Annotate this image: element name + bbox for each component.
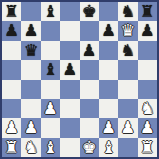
square-f2[interactable]: ♟: [99, 118, 118, 137]
square-a1[interactable]: ♜: [2, 138, 21, 157]
square-g4[interactable]: [118, 80, 137, 99]
white-pawn: ♟: [4, 118, 19, 137]
square-c7[interactable]: [41, 21, 60, 40]
square-c4[interactable]: [41, 80, 60, 99]
board-frame: ♜♝♚♞♜♟♟♟♛♟♛♟♞♝♟♟♞♟♟♟♟♟♜♞♝♚♝♜: [0, 0, 159, 159]
white-pawn: ♟: [24, 118, 39, 137]
square-f6[interactable]: [99, 41, 118, 60]
black-bishop: ♝: [43, 60, 58, 79]
square-a4[interactable]: [2, 80, 21, 99]
square-d1[interactable]: [60, 138, 79, 157]
square-d4[interactable]: [60, 80, 79, 99]
square-f7[interactable]: ♟: [99, 21, 118, 40]
square-d3[interactable]: [60, 99, 79, 118]
square-e1[interactable]: ♚: [80, 138, 99, 157]
square-d6[interactable]: [60, 41, 79, 60]
square-f1[interactable]: ♝: [99, 138, 118, 157]
square-g3[interactable]: [118, 99, 137, 118]
square-e8[interactable]: ♚: [80, 2, 99, 21]
square-a5[interactable]: [2, 60, 21, 79]
square-a8[interactable]: ♜: [2, 2, 21, 21]
white-rook: ♜: [4, 138, 19, 157]
square-e3[interactable]: [80, 99, 99, 118]
square-b7[interactable]: ♟: [21, 21, 40, 40]
square-h2[interactable]: ♟: [138, 118, 157, 137]
white-knight: ♞: [24, 138, 39, 157]
square-c3[interactable]: ♟: [41, 99, 60, 118]
square-b2[interactable]: ♟: [21, 118, 40, 137]
square-a6[interactable]: [2, 41, 21, 60]
square-h5[interactable]: [138, 60, 157, 79]
square-d2[interactable]: [60, 118, 79, 137]
black-pawn: ♟: [62, 60, 77, 79]
square-h6[interactable]: [138, 41, 157, 60]
square-h8[interactable]: ♜: [138, 2, 157, 21]
square-e5[interactable]: [80, 60, 99, 79]
square-g7[interactable]: ♛: [118, 21, 137, 40]
black-pawn: ♟: [140, 21, 155, 40]
black-bishop: ♝: [43, 2, 58, 21]
white-bishop: ♝: [101, 138, 116, 157]
square-b4[interactable]: [21, 80, 40, 99]
square-e6[interactable]: ♟: [80, 41, 99, 60]
square-b3[interactable]: [21, 99, 40, 118]
white-pawn: ♟: [121, 118, 136, 137]
black-pawn: ♟: [101, 21, 116, 40]
white-knight: ♞: [140, 99, 155, 118]
square-f5[interactable]: [99, 60, 118, 79]
square-c8[interactable]: ♝: [41, 2, 60, 21]
square-g8[interactable]: ♞: [118, 2, 137, 21]
square-a7[interactable]: ♟: [2, 21, 21, 40]
square-h7[interactable]: ♟: [138, 21, 157, 40]
square-f4[interactable]: [99, 80, 118, 99]
square-e4[interactable]: [80, 80, 99, 99]
white-queen: ♛: [121, 21, 136, 40]
square-h3[interactable]: ♞: [138, 99, 157, 118]
square-b5[interactable]: [21, 60, 40, 79]
white-rook: ♜: [140, 138, 155, 157]
black-queen: ♛: [24, 41, 39, 60]
white-bishop: ♝: [43, 138, 58, 157]
square-h1[interactable]: ♜: [138, 138, 157, 157]
square-b6[interactable]: ♛: [21, 41, 40, 60]
chess-board: ♜♝♚♞♜♟♟♟♛♟♛♟♞♝♟♟♞♟♟♟♟♟♜♞♝♚♝♜: [2, 2, 157, 157]
black-pawn: ♟: [4, 21, 19, 40]
white-king: ♚: [82, 138, 97, 157]
square-a2[interactable]: ♟: [2, 118, 21, 137]
black-knight: ♞: [121, 41, 136, 60]
black-pawn: ♟: [24, 21, 39, 40]
square-g5[interactable]: [118, 60, 137, 79]
square-c5[interactable]: ♝: [41, 60, 60, 79]
square-f8[interactable]: [99, 2, 118, 21]
square-a3[interactable]: [2, 99, 21, 118]
square-d5[interactable]: ♟: [60, 60, 79, 79]
square-d8[interactable]: [60, 2, 79, 21]
white-pawn: ♟: [101, 118, 116, 137]
square-g2[interactable]: ♟: [118, 118, 137, 137]
square-c1[interactable]: ♝: [41, 138, 60, 157]
black-king: ♚: [82, 2, 97, 21]
square-c6[interactable]: [41, 41, 60, 60]
black-rook: ♜: [140, 2, 155, 21]
square-b1[interactable]: ♞: [21, 138, 40, 157]
black-knight: ♞: [121, 2, 136, 21]
white-pawn: ♟: [140, 118, 155, 137]
square-h4[interactable]: [138, 80, 157, 99]
square-e7[interactable]: [80, 21, 99, 40]
white-pawn: ♟: [43, 99, 58, 118]
square-f3[interactable]: [99, 99, 118, 118]
square-g6[interactable]: ♞: [118, 41, 137, 60]
black-rook: ♜: [4, 2, 19, 21]
square-d7[interactable]: [60, 21, 79, 40]
black-pawn: ♟: [82, 41, 97, 60]
square-c2[interactable]: [41, 118, 60, 137]
square-e2[interactable]: [80, 118, 99, 137]
square-b8[interactable]: [21, 2, 40, 21]
square-g1[interactable]: [118, 138, 137, 157]
